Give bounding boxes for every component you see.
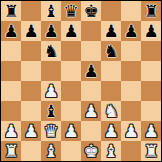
- white-pawn-icon[interactable]: ♟: [3, 121, 18, 141]
- square-g8[interactable]: [121, 1, 141, 21]
- white-pawn-icon[interactable]: ♟: [103, 121, 118, 141]
- square-h7[interactable]: ♟: [141, 21, 161, 41]
- square-d7[interactable]: ♟: [61, 21, 81, 41]
- white-pawn-icon[interactable]: ♟: [23, 121, 38, 141]
- square-d5[interactable]: [61, 61, 81, 81]
- square-f6[interactable]: ♞: [101, 41, 121, 61]
- square-e6[interactable]: [81, 41, 101, 61]
- white-rook-icon[interactable]: ♜: [143, 141, 158, 161]
- square-e4[interactable]: [81, 81, 101, 101]
- square-a8[interactable]: ♜: [1, 1, 21, 21]
- square-f1[interactable]: ♝: [101, 141, 121, 161]
- chess-board: ♜♝♛♚♜♟♟♟♟♟♟♟♞♞♟♟♝♟♞♟♟♛♟♟♟♟♜♝♚♝♜: [0, 0, 162, 162]
- square-g1[interactable]: [121, 141, 141, 161]
- black-pawn-icon[interactable]: ♟: [63, 21, 78, 41]
- square-h5[interactable]: [141, 61, 161, 81]
- square-d4[interactable]: [61, 81, 81, 101]
- white-knight-icon[interactable]: ♞: [103, 101, 118, 121]
- black-queen-icon[interactable]: ♛: [63, 1, 78, 21]
- square-g4[interactable]: [121, 81, 141, 101]
- white-king-icon[interactable]: ♚: [83, 141, 98, 161]
- white-pawn-icon[interactable]: ♟: [123, 121, 138, 141]
- square-d2[interactable]: ♟: [61, 121, 81, 141]
- square-e1[interactable]: ♚: [81, 141, 101, 161]
- square-d1[interactable]: [61, 141, 81, 161]
- square-d8[interactable]: ♛: [61, 1, 81, 21]
- square-h4[interactable]: [141, 81, 161, 101]
- square-f7[interactable]: ♟: [101, 21, 121, 41]
- square-e7[interactable]: [81, 21, 101, 41]
- square-f4[interactable]: [101, 81, 121, 101]
- black-rook-icon[interactable]: ♜: [3, 1, 18, 21]
- square-c8[interactable]: ♝: [41, 1, 61, 21]
- white-bishop-icon[interactable]: ♝: [43, 141, 58, 161]
- square-e5[interactable]: ♟: [81, 61, 101, 81]
- square-a6[interactable]: [1, 41, 21, 61]
- black-bishop-icon[interactable]: ♝: [43, 101, 58, 121]
- square-b4[interactable]: [21, 81, 41, 101]
- black-bishop-icon[interactable]: ♝: [43, 1, 58, 21]
- square-a5[interactable]: [1, 61, 21, 81]
- square-h8[interactable]: ♜: [141, 1, 161, 21]
- square-h1[interactable]: ♜: [141, 141, 161, 161]
- square-g2[interactable]: ♟: [121, 121, 141, 141]
- black-rook-icon[interactable]: ♜: [143, 1, 158, 21]
- square-f3[interactable]: ♞: [101, 101, 121, 121]
- square-a2[interactable]: ♟: [1, 121, 21, 141]
- black-king-icon[interactable]: ♚: [83, 1, 98, 21]
- black-pawn-icon[interactable]: ♟: [23, 21, 38, 41]
- square-a7[interactable]: ♟: [1, 21, 21, 41]
- white-pawn-icon[interactable]: ♟: [143, 121, 158, 141]
- square-g6[interactable]: [121, 41, 141, 61]
- square-h6[interactable]: [141, 41, 161, 61]
- white-queen-icon[interactable]: ♛: [43, 121, 58, 141]
- square-e8[interactable]: ♚: [81, 1, 101, 21]
- square-b5[interactable]: [21, 61, 41, 81]
- white-pawn-icon[interactable]: ♟: [83, 101, 98, 121]
- square-a3[interactable]: [1, 101, 21, 121]
- square-a4[interactable]: [1, 81, 21, 101]
- square-b1[interactable]: [21, 141, 41, 161]
- square-h3[interactable]: [141, 101, 161, 121]
- square-b8[interactable]: [21, 1, 41, 21]
- black-pawn-icon[interactable]: ♟: [123, 21, 138, 41]
- square-c5[interactable]: [41, 61, 61, 81]
- square-e2[interactable]: [81, 121, 101, 141]
- square-f8[interactable]: [101, 1, 121, 21]
- black-pawn-icon[interactable]: ♟: [143, 21, 158, 41]
- square-f2[interactable]: ♟: [101, 121, 121, 141]
- white-pawn-icon[interactable]: ♟: [63, 121, 78, 141]
- black-pawn-icon[interactable]: ♟: [43, 21, 58, 41]
- square-f5[interactable]: [101, 61, 121, 81]
- square-c6[interactable]: ♞: [41, 41, 61, 61]
- square-h2[interactable]: ♟: [141, 121, 161, 141]
- square-b7[interactable]: ♟: [21, 21, 41, 41]
- square-c3[interactable]: ♝: [41, 101, 61, 121]
- square-g5[interactable]: [121, 61, 141, 81]
- square-e3[interactable]: ♟: [81, 101, 101, 121]
- square-a1[interactable]: ♜: [1, 141, 21, 161]
- white-rook-icon[interactable]: ♜: [3, 141, 18, 161]
- square-c7[interactable]: ♟: [41, 21, 61, 41]
- black-pawn-icon[interactable]: ♟: [103, 21, 118, 41]
- black-pawn-icon[interactable]: ♟: [83, 61, 98, 81]
- square-b2[interactable]: ♟: [21, 121, 41, 141]
- black-pawn-icon[interactable]: ♟: [3, 21, 18, 41]
- square-d6[interactable]: [61, 41, 81, 61]
- chess-app: ♜♝♛♚♜♟♟♟♟♟♟♟♞♞♟♟♝♟♞♟♟♛♟♟♟♟♜♝♚♝♜: [0, 0, 162, 162]
- square-c2[interactable]: ♛: [41, 121, 61, 141]
- square-b3[interactable]: [21, 101, 41, 121]
- square-b6[interactable]: [21, 41, 41, 61]
- square-c1[interactable]: ♝: [41, 141, 61, 161]
- square-d3[interactable]: [61, 101, 81, 121]
- square-g3[interactable]: [121, 101, 141, 121]
- white-bishop-icon[interactable]: ♝: [103, 141, 118, 161]
- square-c4[interactable]: ♟: [41, 81, 61, 101]
- white-pawn-icon[interactable]: ♟: [43, 81, 58, 101]
- square-g7[interactable]: ♟: [121, 21, 141, 41]
- black-knight-icon[interactable]: ♞: [103, 41, 118, 61]
- black-knight-icon[interactable]: ♞: [43, 41, 58, 61]
